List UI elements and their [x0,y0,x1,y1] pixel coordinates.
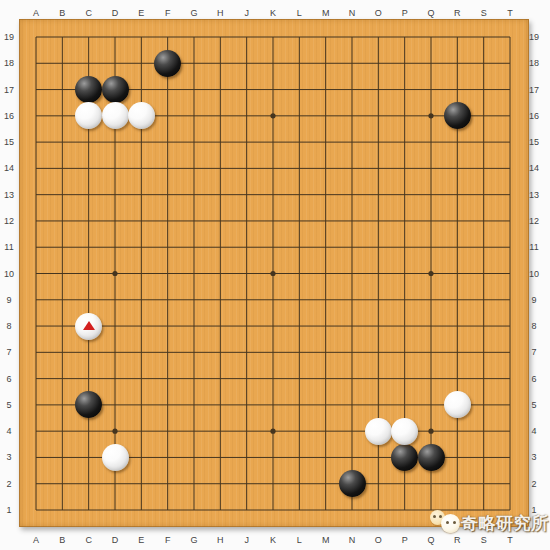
coordinate-label: A [26,535,46,545]
coordinate-label: K [263,8,283,18]
logo-eye-icon [433,515,436,518]
coordinate-label: 14 [0,163,19,173]
coordinate-label: 8 [0,321,19,331]
coordinate-label: 10 [524,269,544,279]
coordinate-label: 15 [0,137,19,147]
white-stone-r5[interactable] [444,391,471,418]
coordinate-label: 5 [524,400,544,410]
white-stone-c8[interactable] [75,313,102,340]
coordinate-label: T [500,8,520,18]
last-move-triangle-marker [83,321,95,330]
coordinate-label: A [26,8,46,18]
coordinate-label: 9 [0,295,19,305]
black-stone-d17[interactable] [102,76,129,103]
coordinate-label: D [105,8,125,18]
coordinate-label: 19 [0,32,19,42]
coordinate-label: P [395,535,415,545]
coordinate-label: 12 [524,216,544,226]
logo-eye-icon [453,521,456,524]
coordinate-label: L [289,8,309,18]
coordinate-label: 4 [524,426,544,436]
coordinate-label: 5 [0,400,19,410]
coordinate-label: C [79,8,99,18]
white-stone-o4[interactable] [365,418,392,445]
logo-eye-icon [446,521,449,524]
coordinate-label: 13 [0,190,19,200]
coordinate-label: 18 [524,58,544,68]
white-stone-e16[interactable] [128,102,155,129]
coordinate-label: 12 [0,216,19,226]
coordinate-label: 13 [524,190,544,200]
white-stone-d3[interactable] [102,444,129,471]
coordinate-label: L [289,535,309,545]
coordinate-label: 6 [524,374,544,384]
coordinate-label: 3 [524,452,544,462]
black-stone-f18[interactable] [154,50,181,77]
coordinate-label: 17 [0,85,19,95]
coordinate-label: 19 [524,32,544,42]
coordinate-label: 2 [524,479,544,489]
white-stone-d16[interactable] [102,102,129,129]
coordinate-label: E [131,535,151,545]
coordinate-label: D [105,535,125,545]
black-stone-q3[interactable] [418,444,445,471]
coordinate-label: 4 [0,426,19,436]
coordinate-label: G [184,8,204,18]
coordinate-label: H [210,535,230,545]
coordinate-label: N [342,8,362,18]
coordinate-label: 1 [0,505,19,515]
coordinate-label: F [158,8,178,18]
coordinate-label: C [79,535,99,545]
coordinate-label: H [210,8,230,18]
coordinate-label: E [131,8,151,18]
watermark-logo-icon [441,514,460,533]
watermark-text: 奇略研究所 [461,512,547,535]
coordinate-label: 14 [524,163,544,173]
coordinate-label: J [237,8,257,18]
coordinate-label: B [52,8,72,18]
coordinate-label: 16 [524,111,544,121]
coordinate-label: 10 [0,269,19,279]
black-stone-p3[interactable] [391,444,418,471]
coordinate-label: M [316,8,336,18]
coordinate-label: F [158,535,178,545]
coordinate-label: 7 [524,347,544,357]
coordinate-label: N [342,535,362,545]
coordinate-label: O [368,535,388,545]
coordinate-label: 8 [524,321,544,331]
watermark: 奇略研究所 [428,507,548,539]
go-board-stage: ABCDEFGHJKLMNOPQRST ABCDEFGHJKLMNOPQRST … [0,0,550,550]
coordinate-label: P [395,8,415,18]
coordinate-label: G [184,535,204,545]
coordinate-label: 3 [0,452,19,462]
coordinate-label: M [316,535,336,545]
coordinate-label: S [474,8,494,18]
coordinate-label: 11 [0,242,19,252]
coordinate-label: 15 [524,137,544,147]
coordinate-label: 16 [0,111,19,121]
coordinate-label: J [237,535,257,545]
coordinate-label: 7 [0,347,19,357]
coordinate-label: Q [421,8,441,18]
coordinate-label: 9 [524,295,544,305]
coordinate-label: 17 [524,85,544,95]
black-stone-r16[interactable] [444,102,471,129]
black-stone-c17[interactable] [75,76,102,103]
coordinate-label: 2 [0,479,19,489]
coordinate-label: 6 [0,374,19,384]
coordinate-label: 18 [0,58,19,68]
coordinate-label: B [52,535,72,545]
black-stone-n2[interactable] [339,470,366,497]
white-stone-p4[interactable] [391,418,418,445]
coordinate-label: O [368,8,388,18]
coordinate-label: 11 [524,242,544,252]
coordinate-label: K [263,535,283,545]
coordinate-label: R [447,8,467,18]
